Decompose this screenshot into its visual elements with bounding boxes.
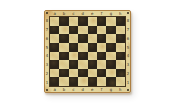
square-b7 <box>59 26 68 35</box>
square-a4 <box>50 52 59 61</box>
square-f5 <box>97 43 106 52</box>
rank-label: 1 <box>126 78 130 87</box>
square-h4 <box>116 52 125 61</box>
border-corner-mark <box>127 89 129 91</box>
square-e4 <box>88 52 97 61</box>
square-b8 <box>59 17 68 26</box>
square-a5 <box>50 43 59 52</box>
square-b6 <box>59 34 68 43</box>
square-d6 <box>78 34 87 43</box>
square-c4 <box>69 52 78 61</box>
rank-label: 2 <box>126 69 130 78</box>
square-b4 <box>59 52 68 61</box>
square-d3 <box>78 60 87 69</box>
square-d8 <box>78 17 87 26</box>
border-corner-mark <box>46 89 48 91</box>
square-a2 <box>50 69 59 78</box>
square-g8 <box>106 17 115 26</box>
square-e6 <box>88 34 97 43</box>
file-label: d <box>78 87 87 92</box>
rank-label: 4 <box>126 52 130 61</box>
rank-label: 3 <box>126 60 130 69</box>
square-c3 <box>69 60 78 69</box>
square-a6 <box>50 34 59 43</box>
square-g2 <box>106 69 115 78</box>
file-label: g <box>106 87 115 92</box>
square-b2 <box>59 69 68 78</box>
board-grid <box>49 16 126 87</box>
square-a1 <box>50 77 59 86</box>
square-b3 <box>59 60 68 69</box>
square-h6 <box>116 34 125 43</box>
rank-label: 6 <box>126 34 130 43</box>
square-e1 <box>88 77 97 86</box>
square-f4 <box>97 52 106 61</box>
square-g6 <box>106 34 115 43</box>
rank-label: 8 <box>126 16 130 25</box>
square-d2 <box>78 69 87 78</box>
chess-board: abcdefgh 87654321 87654321 abcdefgh <box>44 10 131 93</box>
rank-labels-right: 87654321 <box>126 16 130 87</box>
square-c7 <box>69 26 78 35</box>
square-g1 <box>106 77 115 86</box>
square-a7 <box>50 26 59 35</box>
square-g5 <box>106 43 115 52</box>
square-e7 <box>88 26 97 35</box>
square-d1 <box>78 77 87 86</box>
square-f3 <box>97 60 106 69</box>
square-c5 <box>69 43 78 52</box>
square-e2 <box>88 69 97 78</box>
square-f1 <box>97 77 106 86</box>
square-f2 <box>97 69 106 78</box>
product-photo: abcdefgh 87654321 87654321 abcdefgh <box>0 0 175 105</box>
square-h2 <box>116 69 125 78</box>
square-h8 <box>116 17 125 26</box>
border-corner-mark <box>127 12 129 14</box>
rank-label: 7 <box>126 25 130 34</box>
square-a3 <box>50 60 59 69</box>
square-g3 <box>106 60 115 69</box>
square-b1 <box>59 77 68 86</box>
square-f8 <box>97 17 106 26</box>
file-label: h <box>116 87 125 92</box>
square-f6 <box>97 34 106 43</box>
square-e5 <box>88 43 97 52</box>
square-g7 <box>106 26 115 35</box>
square-a8 <box>50 17 59 26</box>
square-e3 <box>88 60 97 69</box>
rank-label: 5 <box>126 43 130 52</box>
file-labels-bottom: abcdefgh <box>45 87 130 92</box>
square-e8 <box>88 17 97 26</box>
square-g4 <box>106 52 115 61</box>
square-h3 <box>116 60 125 69</box>
square-c1 <box>69 77 78 86</box>
square-h5 <box>116 43 125 52</box>
square-c8 <box>69 17 78 26</box>
file-label: a <box>50 87 59 92</box>
square-d5 <box>78 43 87 52</box>
file-label: b <box>59 87 68 92</box>
file-label: c <box>69 87 78 92</box>
border-corner-mark <box>46 12 48 14</box>
square-b5 <box>59 43 68 52</box>
square-h1 <box>116 77 125 86</box>
square-f7 <box>97 26 106 35</box>
file-label: f <box>97 87 106 92</box>
square-c6 <box>69 34 78 43</box>
square-d4 <box>78 52 87 61</box>
square-d7 <box>78 26 87 35</box>
file-label: e <box>88 87 97 92</box>
square-h7 <box>116 26 125 35</box>
square-c2 <box>69 69 78 78</box>
